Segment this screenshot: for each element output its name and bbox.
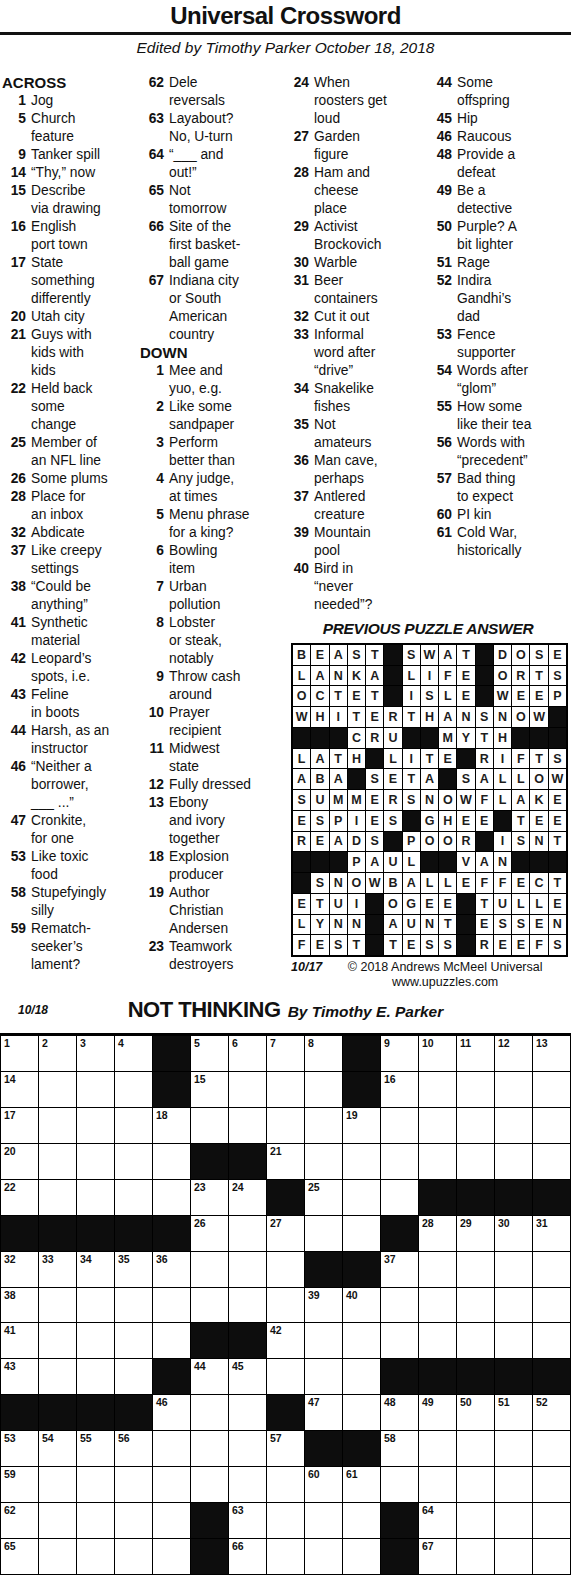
cell-letter: M: [443, 731, 453, 745]
grid-cell[interactable]: 15: [191, 1072, 228, 1107]
clue-item: 55How some like their tea: [428, 398, 569, 434]
clue-number: 8: [140, 614, 169, 668]
cell-number: 8: [308, 1037, 314, 1049]
grid-cell[interactable]: 4: [115, 1036, 152, 1071]
clue-item: 36Man cave, perhaps: [285, 452, 427, 488]
grid-cell[interactable]: 57: [267, 1431, 304, 1466]
grid-cell[interactable]: [267, 1288, 304, 1323]
answer-cell: T: [476, 894, 493, 914]
grid-cell[interactable]: [77, 1288, 114, 1323]
answer-cell: F: [476, 790, 493, 810]
cell-letter: A: [480, 855, 489, 869]
grid-cell[interactable]: [77, 1359, 114, 1394]
clue-text: Bowling item: [169, 542, 217, 578]
grid-cell[interactable]: 14: [1, 1072, 38, 1107]
cell-number: 13: [536, 1037, 548, 1049]
grid-cell[interactable]: [419, 1252, 456, 1287]
grid-cell[interactable]: [419, 1467, 456, 1502]
black-cell: [457, 935, 474, 955]
grid-cell[interactable]: [457, 1539, 494, 1574]
grid-cell[interactable]: 11: [457, 1036, 494, 1071]
grid-cell[interactable]: [153, 1539, 190, 1574]
grid-cell[interactable]: [39, 1503, 76, 1538]
grid-cell[interactable]: [39, 1144, 76, 1179]
grid-cell[interactable]: [77, 1072, 114, 1107]
grid-cell[interactable]: 47: [305, 1395, 342, 1430]
grid-cell[interactable]: 65: [1, 1539, 38, 1574]
grid-cell[interactable]: [419, 1072, 456, 1107]
clue-text: Informal word after “drive”: [314, 326, 375, 380]
grid-cell[interactable]: [115, 1323, 152, 1358]
clue-item: 61Cold War, historically: [428, 524, 569, 560]
grid-cell[interactable]: 5: [191, 1036, 228, 1071]
grid-cell[interactable]: [381, 1144, 418, 1179]
answer-cell: L: [512, 769, 529, 789]
grid-cell[interactable]: [39, 1539, 76, 1574]
black-cell: [403, 728, 420, 748]
clue-number: 11: [140, 740, 169, 776]
answer-cell: L: [293, 666, 310, 686]
clue-item: 38“Could be anything”: [2, 578, 136, 614]
cell-number: 12: [498, 1037, 510, 1049]
grid-cell[interactable]: 67: [419, 1539, 456, 1574]
grid-cell[interactable]: [495, 1108, 532, 1143]
grid-cell[interactable]: [153, 1288, 190, 1323]
grid-cell[interactable]: 24: [229, 1180, 266, 1215]
grid-cell[interactable]: [305, 1108, 342, 1143]
grid-cell[interactable]: 64: [419, 1503, 456, 1538]
grid-cell[interactable]: 58: [381, 1431, 418, 1466]
grid-cell[interactable]: [495, 1503, 532, 1538]
grid-cell[interactable]: [153, 1180, 190, 1215]
grid-cell[interactable]: [343, 1180, 380, 1215]
answer-cell: E: [439, 749, 456, 769]
grid-cell[interactable]: [533, 1539, 570, 1574]
grid-cell[interactable]: 7: [267, 1036, 304, 1071]
grid-cell[interactable]: [267, 1467, 304, 1502]
cell-number: 46: [156, 1396, 168, 1408]
grid-cell[interactable]: 56: [115, 1431, 152, 1466]
clue-number: 17: [2, 254, 31, 308]
cell-letter: A: [334, 648, 343, 662]
grid-cell[interactable]: [115, 1359, 152, 1394]
clue-text: Lobster or steak, notably: [169, 614, 222, 668]
cell-letter: E: [407, 938, 415, 952]
answer-cell: R: [476, 935, 493, 955]
grid-cell[interactable]: [533, 1072, 570, 1107]
grid-cell[interactable]: 45: [229, 1359, 266, 1394]
grid-cell[interactable]: 50: [457, 1395, 494, 1430]
clue-text: Man cave, perhaps: [314, 452, 378, 488]
cell-number: 11: [460, 1037, 471, 1049]
grid-cell[interactable]: 66: [229, 1539, 266, 1574]
answer-cell: T: [311, 894, 328, 914]
grid-cell[interactable]: [77, 1108, 114, 1143]
grid-cell[interactable]: [419, 1144, 456, 1179]
grid-cell[interactable]: [457, 1467, 494, 1502]
grid-cell[interactable]: 46: [153, 1395, 190, 1430]
grid-cell[interactable]: 3: [77, 1036, 114, 1071]
grid-cell[interactable]: [229, 1072, 266, 1107]
grid-cell[interactable]: [457, 1252, 494, 1287]
grid-cell[interactable]: [419, 1108, 456, 1143]
answer-cell: S: [293, 790, 310, 810]
grid-cell[interactable]: 33: [39, 1252, 76, 1287]
answer-cell: C: [311, 686, 328, 706]
grid-cell[interactable]: [533, 1252, 570, 1287]
cell-letter: E: [352, 689, 360, 703]
clue-text: Utah city: [31, 308, 85, 326]
cell-letter: T: [554, 834, 562, 848]
grid-cell[interactable]: [77, 1144, 114, 1179]
grid-cell[interactable]: [153, 1431, 190, 1466]
cell-number: 19: [346, 1109, 358, 1121]
grid-cell[interactable]: 28: [419, 1216, 456, 1251]
cell-letter: P: [407, 834, 415, 848]
grid-cell[interactable]: 12: [495, 1036, 532, 1071]
grid-cell[interactable]: [533, 1144, 570, 1179]
grid-cell[interactable]: [267, 1072, 304, 1107]
cell-letter: S: [425, 938, 433, 952]
grid-cell[interactable]: [343, 1323, 380, 1358]
black-cell: [384, 832, 401, 852]
grid-cell[interactable]: 48: [381, 1395, 418, 1430]
clue-number: 60: [428, 506, 457, 524]
grid-cell[interactable]: [77, 1467, 114, 1502]
clue-item: 27Garden figure: [285, 128, 427, 164]
grid-cell[interactable]: [381, 1288, 418, 1323]
cell-letter: N: [334, 876, 343, 890]
grid-cell[interactable]: [39, 1180, 76, 1215]
grid-cell[interactable]: 1: [1, 1036, 38, 1071]
grid-cell[interactable]: 17: [1, 1108, 38, 1143]
cell-letter: O: [297, 689, 307, 703]
grid-cell[interactable]: 38: [1, 1288, 38, 1323]
grid-cell[interactable]: [229, 1216, 266, 1251]
clue-text: Mountain pool: [314, 524, 371, 560]
grid-cell[interactable]: [305, 1359, 342, 1394]
grid-cell[interactable]: [39, 1108, 76, 1143]
grid-cell[interactable]: 37: [381, 1252, 418, 1287]
grid-cell[interactable]: [343, 1395, 380, 1430]
grid-cell[interactable]: [305, 1323, 342, 1358]
cell-letter: U: [388, 855, 397, 869]
grid-cell[interactable]: 29: [457, 1216, 494, 1251]
clue-text: Fully dressed: [169, 776, 251, 794]
clue-item: 23Teamwork destroyers: [140, 938, 282, 974]
grid-cell[interactable]: [457, 1323, 494, 1358]
clues-across-header: ACROSS: [2, 74, 136, 92]
answer-cell: R: [384, 707, 401, 727]
cell-number: 54: [42, 1432, 54, 1444]
grid-cell[interactable]: 42: [267, 1323, 304, 1358]
grid-cell[interactable]: [191, 1467, 228, 1502]
grid-cell[interactable]: [533, 1288, 570, 1323]
grid-cell[interactable]: [533, 1323, 570, 1358]
grid-cell[interactable]: 59: [1, 1467, 38, 1502]
grid-cell[interactable]: 19: [343, 1108, 380, 1143]
grid-cell[interactable]: [305, 1539, 342, 1574]
grid-cell[interactable]: 16: [381, 1072, 418, 1107]
grid-cell[interactable]: 44: [191, 1359, 228, 1394]
grid-cell[interactable]: [343, 1539, 380, 1574]
answer-cell: A: [476, 852, 493, 872]
answer-cell: L: [293, 915, 310, 935]
grid-cell[interactable]: [457, 1288, 494, 1323]
grid-cell[interactable]: [533, 1503, 570, 1538]
grid-cell[interactable]: [533, 1431, 570, 1466]
grid-cell[interactable]: [229, 1108, 266, 1143]
grid-cell[interactable]: 61: [343, 1467, 380, 1502]
grid-cell[interactable]: [457, 1144, 494, 1179]
grid-cell[interactable]: [305, 1144, 342, 1179]
grid-cell[interactable]: [191, 1288, 228, 1323]
grid-cell[interactable]: 2: [39, 1036, 76, 1071]
grid-cell[interactable]: [495, 1072, 532, 1107]
grid-cell[interactable]: [267, 1503, 304, 1538]
clue-number: 63: [140, 110, 169, 146]
grid-cell[interactable]: [305, 1503, 342, 1538]
answer-cell: E: [457, 873, 474, 893]
grid-cell[interactable]: [495, 1467, 532, 1502]
grid-cell[interactable]: 41: [1, 1323, 38, 1358]
grid-cell[interactable]: [457, 1108, 494, 1143]
grid-cell[interactable]: 20: [1, 1144, 38, 1179]
cell-letter: B: [315, 772, 324, 786]
cell-number: 45: [232, 1360, 244, 1372]
grid-cell[interactable]: 18: [153, 1108, 190, 1143]
black-cell: [77, 1216, 114, 1251]
grid-cell[interactable]: [115, 1180, 152, 1215]
grid-cell[interactable]: [457, 1503, 494, 1538]
answer-cell: L: [293, 749, 310, 769]
grid-cell[interactable]: [39, 1288, 76, 1323]
clue-item: 46Raucous: [428, 128, 569, 146]
grid-cell[interactable]: [267, 1252, 304, 1287]
grid-cell[interactable]: [343, 1144, 380, 1179]
cell-letter: O: [516, 710, 526, 724]
cell-letter: L: [298, 669, 306, 683]
answer-cell: L: [512, 894, 529, 914]
grid-cell[interactable]: [229, 1395, 266, 1430]
grid-cell[interactable]: [381, 1108, 418, 1143]
grid-cell[interactable]: 51: [495, 1395, 532, 1430]
grid-cell[interactable]: [267, 1108, 304, 1143]
grid-cell[interactable]: [77, 1323, 114, 1358]
grid-cell[interactable]: [419, 1431, 456, 1466]
grid-cell[interactable]: 40: [343, 1288, 380, 1323]
answer-cell: N: [330, 873, 347, 893]
grid-cell[interactable]: [153, 1503, 190, 1538]
cell-letter: L: [444, 689, 452, 703]
cell-letter: L: [517, 772, 525, 786]
answer-cell: S: [530, 645, 547, 665]
grid-cell[interactable]: [267, 1359, 304, 1394]
black-cell: [191, 1323, 228, 1358]
answer-cell: A: [439, 707, 456, 727]
clue-number: 5: [2, 110, 31, 146]
cell-letter: T: [353, 710, 361, 724]
clue-item: 9Tanker spill: [2, 146, 136, 164]
answer-cell: N: [457, 707, 474, 727]
grid-cell[interactable]: [533, 1467, 570, 1502]
grid-cell[interactable]: 9: [381, 1036, 418, 1071]
grid-cell[interactable]: [457, 1072, 494, 1107]
clue-item: 10Prayer recipient: [140, 704, 282, 740]
grid-cell[interactable]: [191, 1431, 228, 1466]
grid-cell[interactable]: [39, 1359, 76, 1394]
grid-cell[interactable]: 26: [191, 1216, 228, 1251]
answer-cell: R: [384, 790, 401, 810]
grid-cell[interactable]: [495, 1323, 532, 1358]
answer-cell: O: [421, 832, 438, 852]
clue-number: 51: [428, 254, 457, 272]
clue-number: 14: [2, 164, 31, 182]
grid-cell[interactable]: [457, 1431, 494, 1466]
grid-cell[interactable]: 25: [305, 1180, 342, 1215]
cell-letter: U: [334, 897, 343, 911]
answer-cell: R: [366, 728, 383, 748]
grid-cell[interactable]: [305, 1072, 342, 1107]
grid-cell[interactable]: [381, 1467, 418, 1502]
grid-cell[interactable]: 6: [229, 1036, 266, 1071]
grid-cell[interactable]: [381, 1180, 418, 1215]
grid-cell[interactable]: [191, 1395, 228, 1430]
answer-cell: T: [366, 645, 383, 665]
grid-cell[interactable]: [77, 1180, 114, 1215]
cell-number: 39: [308, 1289, 320, 1301]
clue-number: 37: [285, 488, 314, 524]
grid-cell[interactable]: [419, 1323, 456, 1358]
grid-cell[interactable]: [495, 1288, 532, 1323]
clue-number: 43: [2, 686, 31, 722]
clue-item: 20Utah city: [2, 308, 136, 326]
puzzle-title: NOT THINKING: [128, 997, 281, 1022]
clue-text: Not amateurs: [314, 416, 372, 452]
grid-cell[interactable]: [495, 1144, 532, 1179]
grid-cell[interactable]: 49: [419, 1395, 456, 1430]
puzzle-byline: By Timothy E. Parker: [288, 1003, 444, 1020]
cell-number: 36: [156, 1253, 168, 1265]
grid-cell[interactable]: 43: [1, 1359, 38, 1394]
grid-cell[interactable]: [115, 1144, 152, 1179]
clue-text: Menu phrase for a king?: [169, 506, 250, 542]
answer-cell: W: [457, 790, 474, 810]
answer-cell: T: [476, 728, 493, 748]
grid-cell[interactable]: [115, 1467, 152, 1502]
grid-cell[interactable]: [229, 1431, 266, 1466]
grid-cell[interactable]: [229, 1467, 266, 1502]
grid-cell[interactable]: [115, 1539, 152, 1574]
crossword-page: Universal Crossword Edited by Timothy Pa…: [0, 0, 571, 1575]
grid-cell[interactable]: 39: [305, 1288, 342, 1323]
grid-cell[interactable]: 34: [77, 1252, 114, 1287]
grid-cell[interactable]: [115, 1072, 152, 1107]
answer-cell: A: [330, 769, 347, 789]
cell-letter: E: [517, 938, 525, 952]
grid-cell[interactable]: [39, 1323, 76, 1358]
grid-cell[interactable]: [191, 1252, 228, 1287]
clue-text: Be a detective: [457, 182, 512, 218]
grid-cell[interactable]: 63: [229, 1503, 266, 1538]
grid-cell[interactable]: 23: [191, 1180, 228, 1215]
cell-letter: S: [389, 814, 397, 828]
cell-letter: O: [352, 876, 362, 890]
cell-letter: T: [462, 648, 470, 662]
clue-column-4: 44Some offspring45Hip46Raucous48Provide …: [428, 74, 569, 560]
grid-cell[interactable]: [495, 1431, 532, 1466]
grid-cell[interactable]: [153, 1144, 190, 1179]
grid-cell[interactable]: [39, 1072, 76, 1107]
grid-cell[interactable]: 21: [267, 1144, 304, 1179]
grid-cell[interactable]: [343, 1216, 380, 1251]
grid-cell[interactable]: [305, 1216, 342, 1251]
grid-cell[interactable]: [191, 1108, 228, 1143]
clue-number: 44: [428, 74, 457, 110]
answer-cell: L: [439, 873, 456, 893]
grid-cell[interactable]: [381, 1323, 418, 1358]
grid-cell[interactable]: [39, 1467, 76, 1502]
grid-cell[interactable]: [229, 1288, 266, 1323]
grid-cell[interactable]: [343, 1359, 380, 1394]
grid-cell[interactable]: 8: [305, 1036, 342, 1071]
clue-text: Throw cash around: [169, 668, 240, 704]
grid-cell[interactable]: 54: [39, 1431, 76, 1466]
grid-cell[interactable]: [115, 1108, 152, 1143]
grid-cell[interactable]: [495, 1252, 532, 1287]
grid-cell[interactable]: 62: [1, 1503, 38, 1538]
cell-letter: E: [462, 876, 470, 890]
grid-cell[interactable]: 31: [533, 1216, 570, 1251]
answer-cell: N: [421, 790, 438, 810]
grid-cell[interactable]: [153, 1467, 190, 1502]
puzzle-title-line: NOT THINKINGBy Timothy E. Parker: [0, 997, 571, 1023]
grid-cell[interactable]: 36: [153, 1252, 190, 1287]
cell-letter: E: [517, 689, 525, 703]
grid-cell[interactable]: 60: [305, 1467, 342, 1502]
grid-cell[interactable]: 32: [1, 1252, 38, 1287]
grid-cell[interactable]: [533, 1108, 570, 1143]
grid-cell[interactable]: [115, 1503, 152, 1538]
cell-letter: E: [535, 814, 543, 828]
clue-text: Explosion producer: [169, 848, 229, 884]
grid-cell[interactable]: [343, 1503, 380, 1538]
answer-cell: E: [439, 894, 456, 914]
grid-cell[interactable]: [229, 1252, 266, 1287]
grid-cell[interactable]: 30: [495, 1216, 532, 1251]
grid-cell[interactable]: 55: [77, 1431, 114, 1466]
grid-cell[interactable]: 27: [267, 1216, 304, 1251]
grid-cell[interactable]: [419, 1288, 456, 1323]
grid-cell[interactable]: [153, 1323, 190, 1358]
grid-cell[interactable]: 35: [115, 1252, 152, 1287]
grid-cell[interactable]: [77, 1503, 114, 1538]
grid-cell[interactable]: 10: [419, 1036, 456, 1071]
grid-cell[interactable]: 13: [533, 1036, 570, 1071]
answer-cell: S: [476, 707, 493, 727]
cell-letter: S: [480, 710, 488, 724]
clue-text: Church feature: [31, 110, 75, 146]
grid-cell[interactable]: 52: [533, 1395, 570, 1430]
grid-cell[interactable]: [115, 1288, 152, 1323]
grid-cell[interactable]: 53: [1, 1431, 38, 1466]
grid-cell[interactable]: [495, 1539, 532, 1574]
grid-cell[interactable]: 22: [1, 1180, 38, 1215]
grid-cell[interactable]: [267, 1539, 304, 1574]
grid-cell[interactable]: [77, 1539, 114, 1574]
clue-text: How some like their tea: [457, 398, 531, 434]
answer-cell: S: [549, 935, 566, 955]
